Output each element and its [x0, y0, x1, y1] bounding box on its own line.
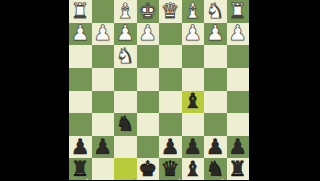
- piece-white-rook: ♜: [71, 1, 90, 22]
- square-a5[interactable]: [227, 91, 250, 114]
- square-e7[interactable]: [137, 136, 160, 159]
- square-d5[interactable]: [159, 91, 182, 114]
- square-d2[interactable]: [159, 23, 182, 46]
- square-d1[interactable]: ♛: [159, 0, 182, 23]
- square-c8[interactable]: ♝c: [182, 158, 205, 180]
- file-label-g: g: [109, 179, 113, 181]
- square-a6[interactable]: [227, 113, 250, 136]
- square-g1[interactable]: [92, 0, 115, 23]
- chess-board[interactable]: ♜♝♚♛♝♞♜♟♟♟♟♟♟♟♞♝♞♟♟♟♟♟♟♜hgf♚e♛d♝c♞b♜a: [69, 0, 249, 180]
- square-e4[interactable]: [137, 68, 160, 91]
- square-d7[interactable]: ♟: [159, 136, 182, 159]
- square-g4[interactable]: [92, 68, 115, 91]
- piece-white-king: ♚: [138, 1, 157, 22]
- square-g3[interactable]: [92, 45, 115, 68]
- piece-white-pawn: ♟: [228, 23, 247, 44]
- piece-white-rook: ♜: [228, 1, 247, 22]
- square-e1[interactable]: ♚: [137, 0, 160, 23]
- letterbox-right: [249, 0, 320, 180]
- video-frame: ♜♝♚♛♝♞♜♟♟♟♟♟♟♟♞♝♞♟♟♟♟♟♟♜hgf♚e♛d♝c♞b♜a: [0, 0, 320, 180]
- square-c1[interactable]: ♝: [182, 0, 205, 23]
- square-e3[interactable]: [137, 45, 160, 68]
- piece-black-pawn: ♟: [206, 137, 225, 158]
- square-b7[interactable]: ♟: [204, 136, 227, 159]
- square-a7[interactable]: ♟: [227, 136, 250, 159]
- square-a3[interactable]: [227, 45, 250, 68]
- piece-white-bishop: ♝: [183, 1, 202, 22]
- square-f7[interactable]: [114, 136, 137, 159]
- piece-white-pawn: ♟: [183, 23, 202, 44]
- file-label-e: e: [154, 179, 158, 181]
- piece-white-queen: ♛: [161, 1, 180, 22]
- square-c7[interactable]: ♟: [182, 136, 205, 159]
- square-g2[interactable]: ♟: [92, 23, 115, 46]
- square-g5[interactable]: [92, 91, 115, 114]
- piece-white-pawn: ♟: [206, 23, 225, 44]
- square-b3[interactable]: [204, 45, 227, 68]
- square-c2[interactable]: ♟: [182, 23, 205, 46]
- square-f4[interactable]: [114, 68, 137, 91]
- file-label-a: a: [244, 179, 248, 181]
- piece-white-pawn: ♟: [138, 23, 157, 44]
- piece-black-pawn: ♟: [183, 137, 202, 158]
- file-label-d: d: [177, 179, 181, 181]
- piece-black-knight: ♞: [206, 159, 225, 180]
- square-b4[interactable]: [204, 68, 227, 91]
- square-d4[interactable]: [159, 68, 182, 91]
- piece-black-pawn: ♟: [93, 137, 112, 158]
- square-d3[interactable]: [159, 45, 182, 68]
- square-f2[interactable]: ♟: [114, 23, 137, 46]
- piece-black-pawn: ♟: [71, 137, 90, 158]
- piece-white-pawn: ♟: [116, 23, 135, 44]
- square-f1[interactable]: ♝: [114, 0, 137, 23]
- square-e2[interactable]: ♟: [137, 23, 160, 46]
- piece-white-pawn: ♟: [93, 23, 112, 44]
- file-label-h: h: [87, 179, 91, 181]
- square-g8[interactable]: g: [92, 158, 115, 180]
- file-label-c: c: [200, 179, 203, 181]
- square-f5[interactable]: [114, 91, 137, 114]
- square-e6[interactable]: [137, 113, 160, 136]
- square-h1[interactable]: ♜: [69, 0, 92, 23]
- square-f3[interactable]: ♞: [114, 45, 137, 68]
- square-b6[interactable]: [204, 113, 227, 136]
- square-c5[interactable]: ♝: [182, 91, 205, 114]
- square-g6[interactable]: [92, 113, 115, 136]
- square-c6[interactable]: [182, 113, 205, 136]
- square-h6[interactable]: [69, 113, 92, 136]
- piece-black-king: ♚: [138, 159, 157, 180]
- square-d6[interactable]: [159, 113, 182, 136]
- square-h3[interactable]: [69, 45, 92, 68]
- square-g7[interactable]: ♟: [92, 136, 115, 159]
- piece-black-queen: ♛: [161, 159, 180, 180]
- square-f8[interactable]: f: [114, 158, 137, 180]
- square-h7[interactable]: ♟: [69, 136, 92, 159]
- piece-black-knight: ♞: [116, 114, 135, 135]
- piece-black-rook: ♜: [228, 159, 247, 180]
- square-h8[interactable]: ♜h: [69, 158, 92, 180]
- piece-black-rook: ♜: [71, 159, 90, 180]
- letterbox-left: [0, 0, 69, 180]
- file-label-f: f: [133, 179, 135, 181]
- piece-white-pawn: ♟: [71, 23, 90, 44]
- square-e8[interactable]: ♚e: [137, 158, 160, 180]
- square-h2[interactable]: ♟: [69, 23, 92, 46]
- piece-black-pawn: ♟: [161, 137, 180, 158]
- piece-black-bishop: ♝: [183, 91, 202, 112]
- piece-white-bishop: ♝: [116, 1, 135, 22]
- square-a8[interactable]: ♜a: [227, 158, 250, 180]
- square-e5[interactable]: [137, 91, 160, 114]
- chess-board-grid: ♜♝♚♛♝♞♜♟♟♟♟♟♟♟♞♝♞♟♟♟♟♟♟♜hgf♚e♛d♝c♞b♜a: [69, 0, 249, 180]
- piece-black-pawn: ♟: [228, 137, 247, 158]
- square-h5[interactable]: [69, 91, 92, 114]
- square-h4[interactable]: [69, 68, 92, 91]
- square-b8[interactable]: ♞b: [204, 158, 227, 180]
- square-c3[interactable]: [182, 45, 205, 68]
- piece-white-knight: ♞: [206, 1, 225, 22]
- square-a1[interactable]: ♜: [227, 0, 250, 23]
- square-c4[interactable]: [182, 68, 205, 91]
- square-a4[interactable]: [227, 68, 250, 91]
- square-b1[interactable]: ♞: [204, 0, 227, 23]
- square-d8[interactable]: ♛d: [159, 158, 182, 180]
- square-b2[interactable]: ♟: [204, 23, 227, 46]
- square-b5[interactable]: [204, 91, 227, 114]
- piece-black-bishop: ♝: [183, 159, 202, 180]
- piece-white-knight: ♞: [116, 46, 135, 67]
- square-f6[interactable]: ♞: [114, 113, 137, 136]
- square-a2[interactable]: ♟: [227, 23, 250, 46]
- file-label-b: b: [222, 179, 226, 181]
